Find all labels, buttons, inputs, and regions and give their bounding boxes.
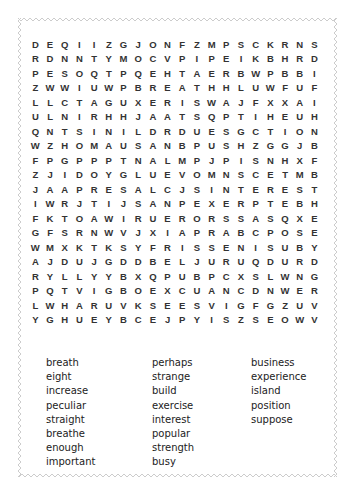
grid-cell: I <box>248 240 263 255</box>
grid-cell: W <box>28 240 43 255</box>
grid-cell: O <box>292 124 307 139</box>
word-list-item: eight <box>46 370 95 384</box>
grid-cell: C <box>57 95 72 110</box>
grid-cell: E <box>43 37 58 52</box>
grid-cell: E <box>219 52 234 67</box>
grid-cell: A <box>72 298 87 313</box>
grid-cell: E <box>292 284 307 299</box>
grid-cell: J <box>292 139 307 154</box>
grid-cell: B <box>234 66 249 81</box>
grid-cell: S <box>146 298 161 313</box>
grid-cell: R <box>28 269 43 284</box>
grid-cell: S <box>292 226 307 241</box>
grid-cell: A <box>146 139 161 154</box>
grid-cell: S <box>219 139 234 154</box>
word-list-item: popular <box>152 427 194 441</box>
grid-cell: B <box>292 240 307 255</box>
grid-cell: E <box>146 95 161 110</box>
grid-cell: T <box>234 182 249 197</box>
grid-cell: S <box>190 182 205 197</box>
grid-cell: A <box>87 95 102 110</box>
grid-cell: R <box>160 124 175 139</box>
grid-cell: T <box>101 66 116 81</box>
grid-cell: L <box>131 168 146 183</box>
grid-cell: R <box>263 182 278 197</box>
grid-cell: W <box>278 284 293 299</box>
grid-cell: U <box>204 139 219 154</box>
grid-cell: O <box>87 168 102 183</box>
grid-cell: N <box>160 139 175 154</box>
grid-cell: O <box>190 211 205 226</box>
grid-cell: C <box>219 269 234 284</box>
grid-cell: B <box>307 139 322 154</box>
grid-cell: A <box>160 110 175 125</box>
grid-cell: C <box>160 182 175 197</box>
grid-cell: I <box>87 284 102 299</box>
grid-cell: S <box>72 124 87 139</box>
grid-cell: G <box>234 298 249 313</box>
word-list-item: interest <box>152 413 194 427</box>
grid-cell: L <box>131 124 146 139</box>
word-list-item: breathe <box>46 427 95 441</box>
grid-cell: Q <box>248 255 263 270</box>
grid-cell: B <box>175 139 190 154</box>
grid-cell: E <box>160 255 175 270</box>
grid-cell: C <box>248 168 263 183</box>
grid-cell: R <box>292 255 307 270</box>
grid-cell: R <box>292 52 307 67</box>
grid-cell: U <box>292 298 307 313</box>
grid-cell: J <box>234 95 249 110</box>
grid-cell: S <box>190 240 205 255</box>
grid-cell: P <box>116 81 131 96</box>
grid-cell: S <box>263 240 278 255</box>
word-list-item: suppose <box>251 413 306 427</box>
grid-cell: Y <box>28 313 43 328</box>
grid-cell: S <box>219 313 234 328</box>
grid-cell: F <box>278 81 293 96</box>
grid-cell: Q <box>57 37 72 52</box>
grid-cell: C <box>131 313 146 328</box>
grid-cell: T <box>307 182 322 197</box>
grid-cell: A <box>146 153 161 168</box>
grid-cell: P <box>219 37 234 52</box>
grid-cell: Y <box>307 240 322 255</box>
grid-cell: E <box>204 66 219 81</box>
grid-cell: H <box>57 313 72 328</box>
grid-cell: S <box>190 298 205 313</box>
word-list-item: enough <box>46 441 95 455</box>
grid-cell: G <box>101 284 116 299</box>
grid-cell: B <box>263 52 278 67</box>
grid-cell: W <box>101 81 116 96</box>
grid-cell: P <box>175 197 190 212</box>
word-list-item: breath <box>46 356 95 370</box>
word-list-item: build <box>152 384 194 398</box>
grid-cell: S <box>190 95 205 110</box>
grid-cell: K <box>248 52 263 67</box>
grid-cell: W <box>28 139 43 154</box>
grid-cell: Z <box>234 313 249 328</box>
word-list-item: business <box>251 356 306 370</box>
grid-cell: B <box>116 313 131 328</box>
grid-cell: I <box>190 52 205 67</box>
grid-cell: S <box>234 37 249 52</box>
grid-cell: L <box>175 255 190 270</box>
grid-cell: S <box>204 240 219 255</box>
grid-cell: P <box>219 110 234 125</box>
grid-cell: T <box>57 284 72 299</box>
grid-cell: V <box>116 298 131 313</box>
grid-cell: A <box>175 226 190 241</box>
grid-cell: R <box>278 37 293 52</box>
grid-cell: D <box>57 255 72 270</box>
grid-cell: S <box>131 197 146 212</box>
word-list-item: busy <box>152 455 194 469</box>
grid-cell: D <box>43 52 58 67</box>
grid-cell: T <box>263 197 278 212</box>
grid-cell: Z <box>101 37 116 52</box>
grid-cell: H <box>234 139 249 154</box>
grid-cell: H <box>307 110 322 125</box>
grid-cell: J <box>131 226 146 241</box>
grid-cell: R <box>160 95 175 110</box>
grid-cell: T <box>190 81 205 96</box>
grid-cell: M <box>43 240 58 255</box>
grid-cell: I <box>28 197 43 212</box>
grid-cell: E <box>160 81 175 96</box>
grid-cell: U <box>28 110 43 125</box>
grid-cell: E <box>190 197 205 212</box>
grid-cell: E <box>219 240 234 255</box>
grid-cell: O <box>131 284 146 299</box>
grid-cell: U <box>175 269 190 284</box>
grid-cell: C <box>146 52 161 67</box>
grid-cell: C <box>248 226 263 241</box>
grid-cell: E <box>204 124 219 139</box>
word-list-item: island <box>251 384 306 398</box>
grid-cell: P <box>263 226 278 241</box>
grid-cell: S <box>248 153 263 168</box>
grid-cell: L <box>263 269 278 284</box>
grid-cell: T <box>87 197 102 212</box>
grid-cell: P <box>28 284 43 299</box>
grid-cell: H <box>204 81 219 96</box>
grid-cell: S <box>219 211 234 226</box>
grid-cell: Q <box>43 284 58 299</box>
grid-cell: F <box>28 211 43 226</box>
grid-cell: N <box>219 182 234 197</box>
grid-cell: A <box>175 81 190 96</box>
grid-cell: D <box>175 124 190 139</box>
grid-cell: H <box>307 197 322 212</box>
grid-cell: S <box>234 211 249 226</box>
grid-cell: W <box>43 298 58 313</box>
grid-cell: E <box>175 298 190 313</box>
grid-cell: Y <box>131 240 146 255</box>
grid-cell: Y <box>101 168 116 183</box>
grid-cell: Z <box>278 298 293 313</box>
grid-cell: O <box>278 313 293 328</box>
grid-cell: E <box>160 211 175 226</box>
grid-cell: G <box>263 139 278 154</box>
word-list-item: increase <box>46 384 95 398</box>
grid-cell: E <box>278 197 293 212</box>
grid-cell: U <box>234 255 249 270</box>
grid-cell: M <box>87 139 102 154</box>
grid-cell: S <box>248 313 263 328</box>
grid-cell: H <box>160 66 175 81</box>
grid-cell: O <box>190 168 205 183</box>
grid-cell: B <box>307 168 322 183</box>
grid-cell: Q <box>204 110 219 125</box>
grid-cell: P <box>190 139 205 154</box>
grid-cell: Y <box>101 313 116 328</box>
grid-cell: V <box>175 168 190 183</box>
grid-cell: P <box>175 313 190 328</box>
grid-cell: A <box>28 255 43 270</box>
grid-cell: I <box>204 182 219 197</box>
grid-cell: M <box>204 168 219 183</box>
grid-cell: E <box>101 182 116 197</box>
grid-cell: N <box>160 197 175 212</box>
grid-cell: H <box>57 139 72 154</box>
grid-cell: E <box>263 168 278 183</box>
word-search-grid: DEQIIZGJONFZMPSCKRNSRDNNTYMOCVPIPEIKBHRD… <box>28 37 322 327</box>
grid-cell: V <box>307 298 322 313</box>
grid-cell: D <box>131 255 146 270</box>
grid-cell: I <box>116 124 131 139</box>
grid-cell: I <box>278 124 293 139</box>
grid-cell: K <box>43 211 58 226</box>
grid-cell: X <box>131 269 146 284</box>
grid-cell: I <box>72 81 87 96</box>
grid-cell: S <box>116 182 131 197</box>
grid-cell: T <box>263 124 278 139</box>
word-list-item: strange <box>152 370 194 384</box>
grid-cell: H <box>101 110 116 125</box>
grid-cell: S <box>307 37 322 52</box>
grid-cell: D <box>263 255 278 270</box>
grid-cell: G <box>263 298 278 313</box>
grid-cell: R <box>87 182 102 197</box>
grid-cell: K <box>131 298 146 313</box>
grid-cell: F <box>248 95 263 110</box>
grid-cell: G <box>307 269 322 284</box>
grid-cell: T <box>175 66 190 81</box>
grid-cell: R <box>146 81 161 96</box>
grid-cell: N <box>57 52 72 67</box>
grid-cell: X <box>131 95 146 110</box>
grid-cell: K <box>101 240 116 255</box>
grid-cell: Y <box>101 269 116 284</box>
grid-cell: X <box>292 153 307 168</box>
grid-cell: E <box>307 211 322 226</box>
grid-cell: R <box>204 211 219 226</box>
grid-cell: I <box>101 197 116 212</box>
grid-cell: I <box>204 313 219 328</box>
word-list-column-2: perhapsstrangebuildexerciseinterestpopul… <box>152 356 194 470</box>
grid-cell: J <box>131 110 146 125</box>
grid-cell: L <box>43 95 58 110</box>
grid-cell: T <box>175 110 190 125</box>
grid-cell: W <box>43 197 58 212</box>
grid-cell: W <box>43 81 58 96</box>
grid-cell: S <box>263 211 278 226</box>
word-list-item: strength <box>152 441 194 455</box>
grid-cell: I <box>234 52 249 67</box>
grid-cell: S <box>219 124 234 139</box>
grid-cell: D <box>28 37 43 52</box>
grid-cell: Y <box>101 52 116 67</box>
grid-cell: Q <box>28 124 43 139</box>
grid-cell: R <box>87 298 102 313</box>
grid-cell: X <box>204 197 219 212</box>
grid-cell: I <box>219 298 234 313</box>
grid-cell: C <box>248 124 263 139</box>
grid-cell: F <box>248 298 263 313</box>
grid-cell: A <box>190 66 205 81</box>
grid-cell: A <box>204 284 219 299</box>
grid-cell: B <box>278 66 293 81</box>
grid-cell: N <box>72 52 87 67</box>
grid-cell: X <box>160 284 175 299</box>
grid-cell: M <box>116 52 131 67</box>
grid-cell: R <box>204 226 219 241</box>
grid-cell: B <box>146 255 161 270</box>
word-list-item: exercise <box>152 399 194 413</box>
grid-cell: B <box>116 269 131 284</box>
grid-cell: F <box>307 153 322 168</box>
grid-cell: N <box>87 226 102 241</box>
grid-cell: H <box>263 110 278 125</box>
grid-cell: L <box>28 298 43 313</box>
grid-cell: I <box>72 110 87 125</box>
grid-cell: C <box>175 284 190 299</box>
grid-cell: F <box>43 226 58 241</box>
word-list-item: perhaps <box>152 356 194 370</box>
grid-cell: A <box>146 197 161 212</box>
grid-cell: G <box>101 255 116 270</box>
grid-cell: O <box>131 52 146 67</box>
grid-cell: J <box>87 255 102 270</box>
grid-cell: W <box>263 81 278 96</box>
grid-cell: G <box>57 153 72 168</box>
grid-cell: G <box>101 95 116 110</box>
grid-cell: Q <box>87 66 102 81</box>
grid-cell: J <box>131 37 146 52</box>
grid-cell: S <box>248 269 263 284</box>
grid-cell: E <box>307 226 322 241</box>
grid-cell: A <box>101 139 116 154</box>
grid-cell: U <box>116 95 131 110</box>
grid-cell: D <box>116 255 131 270</box>
grid-cell: V <box>72 284 87 299</box>
grid-cell: R <box>57 197 72 212</box>
grid-cell: L <box>72 269 87 284</box>
grid-cell: M <box>204 37 219 52</box>
grid-cell: Z <box>28 81 43 96</box>
grid-cell: A <box>248 211 263 226</box>
grid-cell: J <box>190 255 205 270</box>
grid-cell: N <box>234 240 249 255</box>
grid-cell: L <box>160 153 175 168</box>
grid-cell: U <box>190 284 205 299</box>
grid-cell: Y <box>43 269 58 284</box>
grid-cell: V <box>160 52 175 67</box>
grid-cell: E <box>263 313 278 328</box>
grid-cell: I <box>87 124 102 139</box>
grid-cell: U <box>292 81 307 96</box>
grid-cell: A <box>57 182 72 197</box>
grid-cell: S <box>234 168 249 183</box>
grid-cell: F <box>146 240 161 255</box>
grid-cell: I <box>307 95 322 110</box>
grid-cell: U <box>248 81 263 96</box>
grid-cell: J <box>72 197 87 212</box>
grid-cell: I <box>72 37 87 52</box>
grid-cell: P <box>28 66 43 81</box>
grid-cell: C <box>234 284 249 299</box>
grid-cell: P <box>43 153 58 168</box>
grid-cell: D <box>248 284 263 299</box>
grid-cell: R <box>72 226 87 241</box>
grid-cell: P <box>72 153 87 168</box>
grid-cell: N <box>57 110 72 125</box>
grid-cell: K <box>72 240 87 255</box>
grid-cell: A <box>87 211 102 226</box>
grid-cell: P <box>204 269 219 284</box>
grid-cell: F <box>28 153 43 168</box>
grid-cell: N <box>263 153 278 168</box>
grid-cell: X <box>234 269 249 284</box>
grid-cell: I <box>160 226 175 241</box>
grid-cell: O <box>72 139 87 154</box>
zigzag-border-side <box>18 18 336 21</box>
grid-cell: T <box>87 52 102 67</box>
grid-cell: E <box>87 313 102 328</box>
grid-cell: O <box>278 226 293 241</box>
grid-cell: U <box>278 255 293 270</box>
grid-cell: P <box>175 52 190 67</box>
grid-cell: W <box>57 81 72 96</box>
grid-cell: S <box>116 240 131 255</box>
grid-cell: R <box>131 211 146 226</box>
grid-cell: N <box>160 37 175 52</box>
grid-cell: O <box>72 211 87 226</box>
grid-cell: G <box>278 139 293 154</box>
grid-cell: U <box>292 110 307 125</box>
grid-cell: I <box>57 168 72 183</box>
grid-cell: W <box>292 313 307 328</box>
grid-cell: Q <box>278 211 293 226</box>
grid-cell: E <box>160 168 175 183</box>
grid-cell: I <box>175 95 190 110</box>
grid-cell: V <box>204 298 219 313</box>
grid-cell: R <box>307 284 322 299</box>
grid-cell: J <box>116 197 131 212</box>
grid-cell: R <box>87 110 102 125</box>
grid-cell: Z <box>28 168 43 183</box>
grid-cell: G <box>43 313 58 328</box>
grid-cell: P <box>87 153 102 168</box>
grid-cell: T <box>87 240 102 255</box>
grid-cell: R <box>160 240 175 255</box>
grid-cell: U <box>87 81 102 96</box>
word-list-item: important <box>46 455 95 469</box>
grid-cell: Z <box>248 139 263 154</box>
grid-cell: J <box>43 255 58 270</box>
